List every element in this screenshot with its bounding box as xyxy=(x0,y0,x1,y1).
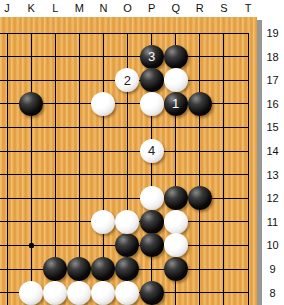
row-label-14: 14 xyxy=(261,143,284,159)
column-label-K: K xyxy=(19,1,43,16)
row-label-11: 11 xyxy=(261,214,284,230)
white-stone-L8 xyxy=(43,281,67,305)
black-stone-Q16: 1 xyxy=(164,92,188,116)
black-stone-M9 xyxy=(67,257,91,281)
black-stone-P18: 3 xyxy=(140,45,164,69)
black-stone-Q12 xyxy=(164,186,188,210)
black-stone-R12 xyxy=(188,186,212,210)
column-label-Q: Q xyxy=(164,1,188,16)
row-label-9: 9 xyxy=(261,261,284,277)
column-label-M: M xyxy=(67,1,91,16)
white-stone-N8 xyxy=(91,281,115,305)
black-stone-K16 xyxy=(19,92,43,116)
white-stone-O8 xyxy=(115,281,139,305)
black-stone-O9 xyxy=(115,257,139,281)
white-stone-P16 xyxy=(140,92,164,116)
black-stone-P17 xyxy=(140,68,164,92)
stones-grid: 3124 xyxy=(0,21,257,304)
row-label-17: 17 xyxy=(261,72,284,88)
black-stone-R16 xyxy=(188,92,212,116)
column-label-N: N xyxy=(91,1,115,16)
black-stone-L9 xyxy=(43,257,67,281)
move-number-label: 1 xyxy=(172,97,179,110)
move-number-label: 2 xyxy=(124,74,131,87)
row-label-10: 10 xyxy=(261,237,284,253)
go-board[interactable]: 3124 xyxy=(0,17,257,305)
column-label-O: O xyxy=(116,1,140,16)
white-stone-Q10 xyxy=(164,233,188,257)
white-stone-K8 xyxy=(19,281,43,305)
black-stone-O10 xyxy=(115,233,139,257)
column-label-P: P xyxy=(140,1,164,16)
black-stone-P10 xyxy=(140,233,164,257)
column-label-R: R xyxy=(188,1,212,16)
white-stone-O17: 2 xyxy=(115,68,139,92)
move-number-label: 3 xyxy=(148,50,155,63)
black-stone-N9 xyxy=(91,257,115,281)
black-stone-P11 xyxy=(140,210,164,234)
row-label-8: 8 xyxy=(261,285,284,301)
column-label-S: S xyxy=(212,1,236,16)
black-stone-P8 xyxy=(140,281,164,305)
star-point-K10 xyxy=(29,243,34,248)
row-label-13: 13 xyxy=(261,167,284,183)
white-stone-Q11 xyxy=(164,210,188,234)
white-stone-N11 xyxy=(91,210,115,234)
column-label-T: T xyxy=(236,1,260,16)
black-stone-Q18 xyxy=(164,45,188,69)
row-label-19: 19 xyxy=(261,25,284,41)
column-label-L: L xyxy=(43,1,67,16)
white-stone-M8 xyxy=(67,281,91,305)
row-label-12: 12 xyxy=(261,190,284,206)
row-label-18: 18 xyxy=(261,49,284,65)
black-stone-Q9 xyxy=(164,257,188,281)
move-number-label: 4 xyxy=(148,144,155,157)
column-label-J: J xyxy=(0,1,19,16)
row-label-15: 15 xyxy=(261,119,284,135)
white-stone-O11 xyxy=(115,210,139,234)
white-stone-P12 xyxy=(140,186,164,210)
go-diagram: JKLMNOPQRST 3124 1918171615141312111098 xyxy=(0,0,284,305)
row-label-16: 16 xyxy=(261,96,284,112)
white-stone-Q17 xyxy=(164,68,188,92)
white-stone-N16 xyxy=(91,92,115,116)
white-stone-P14: 4 xyxy=(140,139,164,163)
